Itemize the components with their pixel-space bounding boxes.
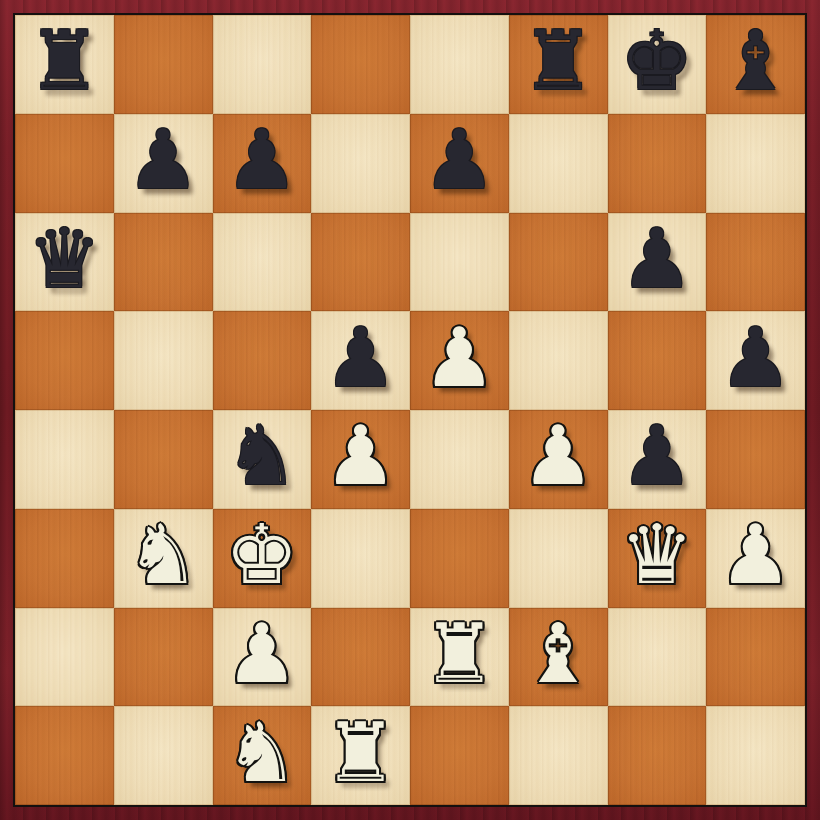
square-f2[interactable]: ♝ [509,608,608,707]
piece-black-pawn-c7[interactable]: ♟ [225,119,299,201]
piece-black-pawn-e7[interactable]: ♟ [423,119,497,201]
piece-black-rook-a8[interactable]: ♜ [28,20,102,102]
square-h8[interactable]: ♝ [706,15,805,114]
square-d6[interactable] [311,213,410,312]
square-e1[interactable] [410,706,509,805]
square-d8[interactable] [311,15,410,114]
square-c6[interactable] [213,213,312,312]
square-a5[interactable] [15,311,114,410]
square-f7[interactable] [509,114,608,213]
piece-black-bishop-h8[interactable]: ♝ [719,20,793,102]
square-h1[interactable] [706,706,805,805]
piece-black-pawn-h5[interactable]: ♟ [719,317,793,399]
square-d5[interactable]: ♟ [311,311,410,410]
piece-white-pawn-h3[interactable]: ♟ [719,514,793,596]
square-b8[interactable] [114,15,213,114]
square-g4[interactable]: ♟ [608,410,707,509]
piece-white-rook-e2[interactable]: ♜ [423,613,497,695]
square-g7[interactable] [608,114,707,213]
square-h3[interactable]: ♟ [706,509,805,608]
square-c8[interactable] [213,15,312,114]
square-a4[interactable] [15,410,114,509]
piece-black-knight-c4[interactable]: ♞ [225,415,299,497]
square-h5[interactable]: ♟ [706,311,805,410]
square-b4[interactable] [114,410,213,509]
square-c2[interactable]: ♟ [213,608,312,707]
square-f4[interactable]: ♟ [509,410,608,509]
square-a7[interactable] [15,114,114,213]
square-e4[interactable] [410,410,509,509]
square-b3[interactable]: ♞ [114,509,213,608]
piece-white-knight-b3[interactable]: ♞ [126,514,200,596]
square-a1[interactable] [15,706,114,805]
square-a6[interactable]: ♛ [15,213,114,312]
square-d3[interactable] [311,509,410,608]
square-e7[interactable]: ♟ [410,114,509,213]
square-a2[interactable] [15,608,114,707]
square-d7[interactable] [311,114,410,213]
square-c3[interactable]: ♚ [213,509,312,608]
piece-white-king-c3[interactable]: ♚ [225,514,299,596]
square-e5[interactable]: ♟ [410,311,509,410]
square-c1[interactable]: ♞ [213,706,312,805]
piece-white-rook-d1[interactable]: ♜ [324,712,398,794]
square-a3[interactable] [15,509,114,608]
square-e2[interactable]: ♜ [410,608,509,707]
square-b7[interactable]: ♟ [114,114,213,213]
square-e6[interactable] [410,213,509,312]
piece-black-pawn-b7[interactable]: ♟ [126,119,200,201]
square-g6[interactable]: ♟ [608,213,707,312]
square-h4[interactable] [706,410,805,509]
piece-white-pawn-e5[interactable]: ♟ [423,317,497,399]
piece-white-bishop-f2[interactable]: ♝ [521,613,595,695]
square-d1[interactable]: ♜ [311,706,410,805]
square-f5[interactable] [509,311,608,410]
square-g5[interactable] [608,311,707,410]
square-b6[interactable] [114,213,213,312]
square-g2[interactable] [608,608,707,707]
square-g3[interactable]: ♛ [608,509,707,608]
square-h2[interactable] [706,608,805,707]
piece-black-king-g8[interactable]: ♚ [620,20,694,102]
square-g8[interactable]: ♚ [608,15,707,114]
square-f3[interactable] [509,509,608,608]
square-d4[interactable]: ♟ [311,410,410,509]
square-b2[interactable] [114,608,213,707]
square-g1[interactable] [608,706,707,805]
chess-board: ♜♜♚♝♟♟♟♛♟♟♟♟♞♟♟♟♞♚♛♟♟♜♝♞♜ [13,13,807,807]
square-c7[interactable]: ♟ [213,114,312,213]
square-b1[interactable] [114,706,213,805]
square-c5[interactable] [213,311,312,410]
square-a8[interactable]: ♜ [15,15,114,114]
piece-white-queen-g3[interactable]: ♛ [620,514,694,596]
piece-white-knight-c1[interactable]: ♞ [225,712,299,794]
square-c4[interactable]: ♞ [213,410,312,509]
piece-black-pawn-g6[interactable]: ♟ [620,218,694,300]
piece-white-pawn-c2[interactable]: ♟ [225,613,299,695]
piece-black-queen-a6[interactable]: ♛ [28,218,102,300]
square-e8[interactable] [410,15,509,114]
square-f8[interactable]: ♜ [509,15,608,114]
board-frame: ♜♜♚♝♟♟♟♛♟♟♟♟♞♟♟♟♞♚♛♟♟♜♝♞♜ [0,0,820,820]
square-e3[interactable] [410,509,509,608]
square-f1[interactable] [509,706,608,805]
piece-black-pawn-d5[interactable]: ♟ [324,317,398,399]
square-h7[interactable] [706,114,805,213]
piece-white-pawn-d4[interactable]: ♟ [324,415,398,497]
square-f6[interactable] [509,213,608,312]
square-b5[interactable] [114,311,213,410]
piece-white-pawn-f4[interactable]: ♟ [521,415,595,497]
piece-black-pawn-g4[interactable]: ♟ [620,415,694,497]
square-h6[interactable] [706,213,805,312]
piece-black-rook-f8[interactable]: ♜ [521,20,595,102]
square-d2[interactable] [311,608,410,707]
